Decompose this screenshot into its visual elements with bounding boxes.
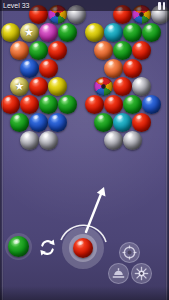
bubble-star-bonus: ★ (10, 77, 29, 96)
bubble-green (58, 95, 77, 114)
bubble-green (10, 113, 29, 132)
current-bubble-red[interactable] (73, 238, 93, 258)
mine-bomb-icon (111, 266, 126, 281)
game-screen[interactable]: ★★ Level 33 (0, 0, 169, 300)
bubble-silver (39, 131, 58, 150)
bubble-green (142, 23, 161, 42)
bubble-blue (29, 113, 48, 132)
bubble-star-bonus: ★ (20, 23, 39, 42)
bubble-green (123, 95, 142, 114)
bubble-red (132, 113, 151, 132)
bubble-yellow (48, 77, 67, 96)
bubble-red (113, 77, 132, 96)
bubble-blue (142, 95, 161, 114)
bubble-blue (20, 59, 39, 78)
bubble-silver (104, 131, 123, 150)
bubble-cyan (104, 23, 123, 42)
bubble-green (39, 95, 58, 114)
powerup-spike-ball-button[interactable] (131, 263, 152, 284)
bubble-silver (20, 131, 39, 150)
bubble-green (113, 41, 132, 60)
bubble-cyan (113, 113, 132, 132)
aim-guide-icon (122, 245, 137, 260)
bubble-red (29, 77, 48, 96)
pause-icon (158, 2, 161, 10)
bubble-red (85, 95, 104, 114)
bubble-red (1, 95, 20, 114)
bubble-silver (132, 77, 151, 96)
bubble-red (39, 59, 58, 78)
bubble-orange (10, 41, 29, 60)
level-label: Level 33 (3, 2, 29, 9)
bubble-blue (48, 113, 67, 132)
bubble-red (104, 95, 123, 114)
bubble-red (48, 41, 67, 60)
star-icon: ★ (10, 77, 29, 96)
swap-bubbles-icon[interactable] (38, 238, 57, 257)
bubble-yellow (85, 23, 104, 42)
bubble-magenta (39, 23, 58, 42)
bubble-red (132, 41, 151, 60)
bubble-orange (94, 41, 113, 60)
bubble-red (20, 95, 39, 114)
pause-button[interactable] (157, 1, 166, 11)
powerup-mine-bomb-button[interactable] (108, 263, 129, 284)
spike-ball-icon (134, 266, 149, 281)
next-bubble-green[interactable] (8, 236, 29, 257)
top-bar: Level 33 (0, 0, 169, 11)
bubble-flower-bonus (94, 77, 113, 96)
bubble-red (123, 59, 142, 78)
pause-icon (163, 2, 166, 10)
bubble-orange (104, 59, 123, 78)
bubble-silver (123, 131, 142, 150)
star-icon: ★ (20, 23, 39, 42)
bubble-green (58, 23, 77, 42)
bubble-green (123, 23, 142, 42)
bubble-green (94, 113, 113, 132)
bubble-green (29, 41, 48, 60)
powerup-aim-guide-button[interactable] (119, 242, 140, 263)
bubble-yellow (1, 23, 20, 42)
